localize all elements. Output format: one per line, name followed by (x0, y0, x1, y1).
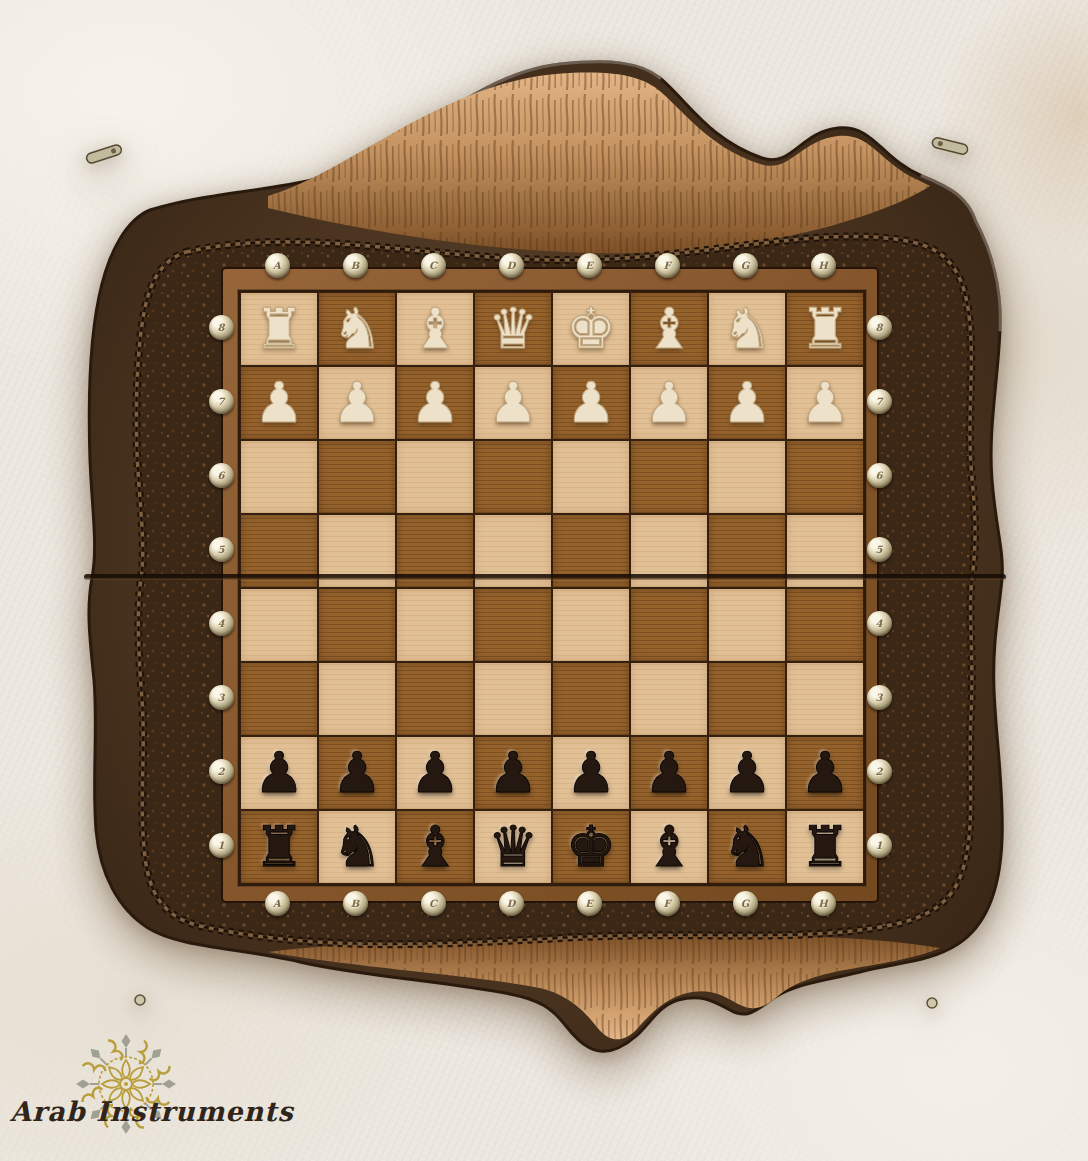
stud-label: G (741, 260, 750, 271)
stud-label: 5 (876, 544, 883, 555)
stud-right-4: 4 (867, 611, 892, 636)
fold-seam (84, 574, 1006, 580)
stud-top-C: C (421, 253, 446, 278)
stud-bottom-D: D (499, 891, 524, 916)
square-e4[interactable] (552, 588, 630, 662)
square-h6[interactable] (786, 440, 864, 514)
square-a4[interactable] (240, 588, 318, 662)
stud-left-4: 4 (209, 611, 234, 636)
stud-label: 6 (876, 470, 883, 481)
stud-label: 3 (876, 692, 883, 703)
white-queen[interactable]: ♛ (488, 301, 538, 357)
stud-bottom-A: A (265, 891, 290, 916)
hinge-screw-left-icon (135, 995, 145, 1005)
white-bishop[interactable]: ♝ (644, 301, 694, 357)
square-e8[interactable]: ♚ (552, 292, 630, 366)
stud-top-D: D (499, 253, 524, 278)
square-h4[interactable] (786, 588, 864, 662)
square-c2[interactable]: ♟ (396, 736, 474, 810)
stud-right-8: 8 (867, 315, 892, 340)
black-king[interactable]: ♚ (566, 819, 616, 875)
square-f2[interactable]: ♟ (630, 736, 708, 810)
stud-right-3: 3 (867, 685, 892, 710)
stud-left-3: 3 (209, 685, 234, 710)
square-a1[interactable]: ♜ (240, 810, 318, 884)
square-g4[interactable] (708, 588, 786, 662)
square-f1[interactable]: ♝ (630, 810, 708, 884)
white-pawn[interactable]: ♟ (644, 375, 694, 431)
square-h7[interactable]: ♟ (786, 366, 864, 440)
white-knight[interactable]: ♞ (332, 301, 382, 357)
stud-right-6: 6 (867, 463, 892, 488)
stud-label: 2 (876, 766, 883, 777)
square-a7[interactable]: ♟ (240, 366, 318, 440)
scene: ♜♞♝♛♚♝♞♜♟♟♟♟♟♟♟♟♟♟♟♟♟♟♟♟♜♞♝♛♚♝♞♜ ABCDEFG… (0, 0, 1088, 1161)
white-pawn[interactable]: ♟ (332, 375, 382, 431)
square-h2[interactable]: ♟ (786, 736, 864, 810)
square-d6[interactable] (474, 440, 552, 514)
square-e2[interactable]: ♟ (552, 736, 630, 810)
black-knight[interactable]: ♞ (332, 819, 382, 875)
stud-label: E (585, 260, 593, 271)
stud-label: C (429, 898, 437, 909)
square-c4[interactable] (396, 588, 474, 662)
stud-label: 1 (218, 840, 225, 851)
square-b4[interactable] (318, 588, 396, 662)
stud-label: 3 (218, 692, 225, 703)
stud-label: 2 (218, 766, 225, 777)
square-d2[interactable]: ♟ (474, 736, 552, 810)
black-knight[interactable]: ♞ (722, 819, 772, 875)
square-c1[interactable]: ♝ (396, 810, 474, 884)
stud-label: D (507, 898, 516, 909)
square-b2[interactable]: ♟ (318, 736, 396, 810)
brand-name: Arab Instruments (10, 1096, 294, 1127)
square-g8[interactable]: ♞ (708, 292, 786, 366)
stud-top-E: E (577, 253, 602, 278)
stud-right-1: 1 (867, 833, 892, 858)
black-pawn[interactable]: ♟ (800, 745, 850, 801)
stud-label: 7 (218, 396, 225, 407)
stud-right-2: 2 (867, 759, 892, 784)
stud-label: F (663, 898, 670, 909)
white-king[interactable]: ♚ (566, 301, 616, 357)
stud-label: 4 (876, 618, 883, 629)
square-c3[interactable] (396, 662, 474, 736)
black-bishop[interactable]: ♝ (644, 819, 694, 875)
square-h3[interactable] (786, 662, 864, 736)
square-f7[interactable]: ♟ (630, 366, 708, 440)
square-d3[interactable] (474, 662, 552, 736)
stud-bottom-H: H (811, 891, 836, 916)
stud-label: C (429, 260, 437, 271)
black-pawn[interactable]: ♟ (410, 745, 460, 801)
square-g7[interactable]: ♟ (708, 366, 786, 440)
square-c6[interactable] (396, 440, 474, 514)
chess-board[interactable]: ♜♞♝♛♚♝♞♜♟♟♟♟♟♟♟♟♟♟♟♟♟♟♟♟♜♞♝♛♚♝♞♜ (238, 290, 866, 886)
stud-label: H (818, 260, 827, 271)
stud-top-F: F (655, 253, 680, 278)
black-queen[interactable]: ♛ (488, 819, 538, 875)
white-pawn[interactable]: ♟ (722, 375, 772, 431)
black-rook[interactable]: ♜ (254, 819, 304, 875)
white-pawn[interactable]: ♟ (254, 375, 304, 431)
stud-label: G (741, 898, 750, 909)
stud-label: D (507, 260, 516, 271)
carved-crest-bottom (268, 935, 940, 1040)
square-a3[interactable] (240, 662, 318, 736)
square-a2[interactable]: ♟ (240, 736, 318, 810)
stud-left-2: 2 (209, 759, 234, 784)
white-pawn[interactable]: ♟ (410, 375, 460, 431)
stud-label: 8 (876, 322, 883, 333)
stud-left-5: 5 (209, 537, 234, 562)
square-b3[interactable] (318, 662, 396, 736)
square-f6[interactable] (630, 440, 708, 514)
square-f4[interactable] (630, 588, 708, 662)
stud-bottom-C: C (421, 891, 446, 916)
white-pawn[interactable]: ♟ (488, 375, 538, 431)
black-pawn[interactable]: ♟ (254, 745, 304, 801)
white-rook[interactable]: ♜ (800, 301, 850, 357)
square-a6[interactable] (240, 440, 318, 514)
black-bishop[interactable]: ♝ (410, 819, 460, 875)
stud-bottom-E: E (577, 891, 602, 916)
stud-bottom-B: B (343, 891, 368, 916)
square-b1[interactable]: ♞ (318, 810, 396, 884)
black-pawn[interactable]: ♟ (488, 745, 538, 801)
square-f3[interactable] (630, 662, 708, 736)
square-b6[interactable] (318, 440, 396, 514)
square-h8[interactable]: ♜ (786, 292, 864, 366)
white-rook[interactable]: ♜ (254, 301, 304, 357)
stud-label: 1 (876, 840, 883, 851)
black-rook[interactable]: ♜ (800, 819, 850, 875)
square-e3[interactable] (552, 662, 630, 736)
stud-label: 4 (218, 618, 225, 629)
black-pawn[interactable]: ♟ (566, 745, 616, 801)
square-h1[interactable]: ♜ (786, 810, 864, 884)
square-g6[interactable] (708, 440, 786, 514)
white-knight[interactable]: ♞ (722, 301, 772, 357)
white-pawn[interactable]: ♟ (566, 375, 616, 431)
hinge-screw-right-icon (927, 998, 937, 1008)
stud-left-8: 8 (209, 315, 234, 340)
square-e6[interactable] (552, 440, 630, 514)
stud-label: 7 (876, 396, 883, 407)
square-d4[interactable] (474, 588, 552, 662)
square-c8[interactable]: ♝ (396, 292, 474, 366)
black-pawn[interactable]: ♟ (332, 745, 382, 801)
stud-label: H (818, 898, 827, 909)
white-pawn[interactable]: ♟ (800, 375, 850, 431)
stud-right-5: 5 (867, 537, 892, 562)
stud-label: B (351, 260, 359, 271)
square-b7[interactable]: ♟ (318, 366, 396, 440)
stud-bottom-G: G (733, 891, 758, 916)
square-b8[interactable]: ♞ (318, 292, 396, 366)
stud-top-G: G (733, 253, 758, 278)
clasp-left-icon (85, 144, 122, 165)
stud-label: A (273, 260, 281, 271)
white-bishop[interactable]: ♝ (410, 301, 460, 357)
stud-label: E (585, 898, 593, 909)
square-d8[interactable]: ♛ (474, 292, 552, 366)
stud-left-1: 1 (209, 833, 234, 858)
stud-label: F (663, 260, 670, 271)
stud-top-H: H (811, 253, 836, 278)
square-g1[interactable]: ♞ (708, 810, 786, 884)
square-d7[interactable]: ♟ (474, 366, 552, 440)
stud-label: 8 (218, 322, 225, 333)
square-a8[interactable]: ♜ (240, 292, 318, 366)
square-c7[interactable]: ♟ (396, 366, 474, 440)
square-g3[interactable] (708, 662, 786, 736)
square-e7[interactable]: ♟ (552, 366, 630, 440)
square-g2[interactable]: ♟ (708, 736, 786, 810)
stud-left-6: 6 (209, 463, 234, 488)
stud-bottom-F: F (655, 891, 680, 916)
black-pawn[interactable]: ♟ (722, 745, 772, 801)
stud-top-B: B (343, 253, 368, 278)
square-d1[interactable]: ♛ (474, 810, 552, 884)
stud-label: B (351, 898, 359, 909)
stud-top-A: A (265, 253, 290, 278)
stud-left-7: 7 (209, 389, 234, 414)
clasp-right-icon (931, 137, 968, 155)
stud-label: 5 (218, 544, 225, 555)
square-e1[interactable]: ♚ (552, 810, 630, 884)
stud-label: 6 (218, 470, 225, 481)
stud-right-7: 7 (867, 389, 892, 414)
black-pawn[interactable]: ♟ (644, 745, 694, 801)
stud-label: A (273, 898, 281, 909)
square-f8[interactable]: ♝ (630, 292, 708, 366)
